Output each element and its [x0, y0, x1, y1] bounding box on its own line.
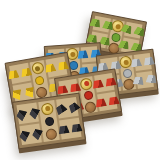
tent-compartment [17, 103, 40, 125]
tent-compartment [136, 71, 154, 89]
yellow-tent-piece [57, 61, 69, 71]
yellow-tent-piece [25, 86, 34, 98]
red-tent-piece [92, 79, 104, 89]
tray-black [12, 93, 86, 150]
medal-emblem [123, 59, 129, 65]
victory-medal-token [119, 55, 132, 68]
black-tent-piece [71, 123, 83, 132]
red-tent-piece [105, 77, 117, 87]
medal-emblem [44, 106, 50, 112]
yellow-disc-token [35, 75, 45, 85]
green-tent-piece [89, 18, 101, 28]
black-tent-piece [18, 128, 30, 141]
green-tent-piece [133, 26, 146, 37]
photo-stage [0, 0, 160, 160]
yellow-tent-piece [7, 70, 19, 80]
red-tent-piece [56, 85, 68, 95]
black-tent-piece [54, 102, 68, 115]
tent-compartment [93, 16, 111, 33]
green-disc-token [110, 32, 121, 43]
red-tent-piece [95, 98, 107, 108]
yellow-tent-piece [13, 88, 22, 100]
gray-disc-token [122, 68, 132, 78]
tent-compartment [19, 123, 42, 145]
medal-emblem [70, 51, 75, 56]
black-tent-piece [67, 101, 81, 114]
red-tent-piece [108, 96, 120, 106]
tent-compartment [133, 53, 151, 71]
victory-medal-token [40, 102, 54, 116]
tray-interior [17, 97, 82, 145]
medal-emblem [115, 23, 121, 29]
tent-compartment [56, 97, 79, 119]
gray-tent-piece [143, 57, 155, 66]
medal-emblem [83, 81, 89, 87]
gray-tent-piece [145, 75, 157, 84]
tent-compartment [94, 73, 114, 93]
tent-compartment [97, 92, 117, 112]
tent-compartment [59, 118, 82, 140]
black-tent-piece [15, 108, 27, 121]
black-tent-piece [58, 125, 70, 134]
victory-medal-token [79, 77, 93, 91]
medal-emblem [35, 65, 41, 71]
victory-medal-token [31, 61, 45, 75]
red-disc-token [83, 90, 93, 100]
tent-compartment [124, 22, 142, 39]
wood-disc-token [45, 128, 57, 140]
tent-compartment [46, 56, 68, 77]
yellow-tent-piece [44, 63, 56, 73]
tent-compartment [9, 63, 31, 84]
wood-disc-token [84, 101, 97, 114]
black-disc-token [44, 116, 54, 126]
wood-disc-token [122, 78, 134, 90]
